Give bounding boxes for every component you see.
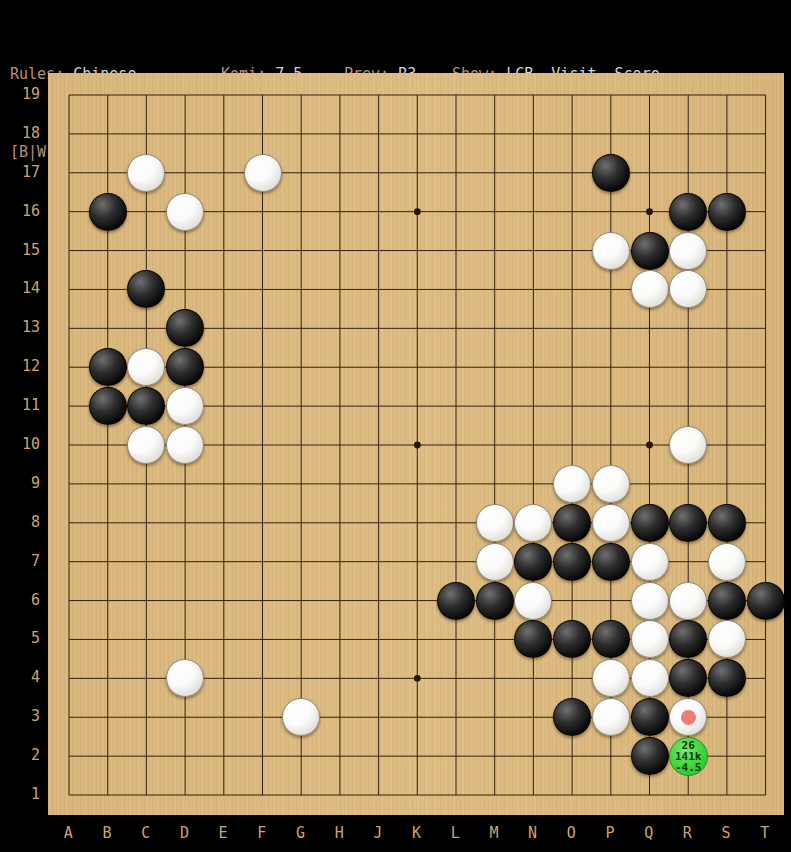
stone-white-P8 [592,504,630,542]
column-label-K: K [397,815,436,852]
row-label-2: 2 [0,736,40,775]
stone-black-P7 [592,543,630,581]
stone-white-P4 [592,659,630,697]
column-label-J: J [359,815,398,852]
stone-black-S4 [708,659,746,697]
stone-white-Q5 [631,620,669,658]
stone-white-F17 [244,154,282,192]
column-label-L: L [436,815,475,852]
suggestion-score: -4.5 [675,762,702,773]
stone-white-N6 [514,582,552,620]
column-label-Q: Q [629,815,668,852]
row-label-6: 6 [0,581,40,620]
stone-black-B12 [89,348,127,386]
stone-black-L6 [437,582,475,620]
stone-white-R15 [669,232,707,270]
column-label-M: M [475,815,514,852]
row-label-1: 1 [0,775,40,814]
stone-black-P5 [592,620,630,658]
column-label-A: A [49,815,88,852]
stone-black-R8 [669,504,707,542]
row-label-9: 9 [0,464,40,503]
column-label-D: D [165,815,204,852]
stone-white-D11 [166,387,204,425]
stone-black-Q2 [631,737,669,775]
row-label-13: 13 [0,308,40,347]
stone-white-N8 [514,504,552,542]
star-point-K4 [414,675,421,682]
row-label-8: 8 [0,503,40,542]
row-label-19: 19 [0,75,40,114]
stone-black-Q15 [631,232,669,270]
stone-white-Q6 [631,582,669,620]
column-label-N: N [513,815,552,852]
column-label-O: O [552,815,591,852]
stone-white-S7 [708,543,746,581]
column-label-B: B [88,815,127,852]
column-label-H: H [320,815,359,852]
stone-black-R16 [669,193,707,231]
star-point-K10 [414,442,421,449]
column-label-P: P [591,815,630,852]
stone-black-B16 [89,193,127,231]
stone-white-Q7 [631,543,669,581]
stone-white-D16 [166,193,204,231]
row-label-18: 18 [0,114,40,153]
goban[interactable]: 26141k-4.5 [48,73,784,815]
suggestion-lcb: 26 [682,740,695,751]
status-bar: Rules: Chinese [B|W] stn: 31 : 31 Komi: … [0,0,791,73]
stone-white-Q14 [631,270,669,308]
stone-white-P15 [592,232,630,270]
row-label-14: 14 [0,269,40,308]
stone-black-B11 [89,387,127,425]
stone-black-Q3 [631,698,669,736]
stone-white-M8 [476,504,514,542]
stone-white-R10 [669,426,707,464]
stone-black-T6 [747,582,785,620]
stone-black-P17 [592,154,630,192]
stone-black-S16 [708,193,746,231]
stone-black-O8 [553,504,591,542]
stone-black-O7 [553,543,591,581]
stone-black-N7 [514,543,552,581]
stone-white-P9 [592,465,630,503]
column-label-T: T [745,815,784,852]
stone-white-P3 [592,698,630,736]
star-point-K16 [414,208,421,215]
stone-white-D10 [166,426,204,464]
star-point-Q10 [646,442,653,449]
column-label-F: F [242,815,281,852]
stone-black-S6 [708,582,746,620]
row-label-15: 15 [0,231,40,270]
column-label-G: G [281,815,320,852]
stone-white-C17 [127,154,165,192]
stone-black-M6 [476,582,514,620]
row-label-16: 16 [0,192,40,231]
stone-black-Q8 [631,504,669,542]
row-label-10: 10 [0,425,40,464]
row-labels: 19181716151413121110987654321 [0,75,48,814]
column-label-C: C [126,815,165,852]
column-labels: ABCDEFGHJKLMNOPQRST [49,815,785,852]
row-label-7: 7 [0,542,40,581]
row-label-4: 4 [0,658,40,697]
column-label-S: S [707,815,746,852]
stone-white-O9 [553,465,591,503]
last-move-marker [681,710,696,725]
row-label-12: 12 [0,347,40,386]
row-label-11: 11 [0,386,40,425]
column-label-R: R [668,815,707,852]
suggestion-visits: 141k [675,751,702,762]
row-label-17: 17 [0,153,40,192]
stone-white-R6 [669,582,707,620]
row-label-3: 3 [0,697,40,736]
stone-white-M7 [476,543,514,581]
column-label-E: E [204,815,243,852]
row-label-5: 5 [0,619,40,658]
suggested-move-R2[interactable]: 26141k-4.5 [669,737,708,776]
star-point-Q16 [646,208,653,215]
stone-black-S8 [708,504,746,542]
stone-white-Q4 [631,659,669,697]
